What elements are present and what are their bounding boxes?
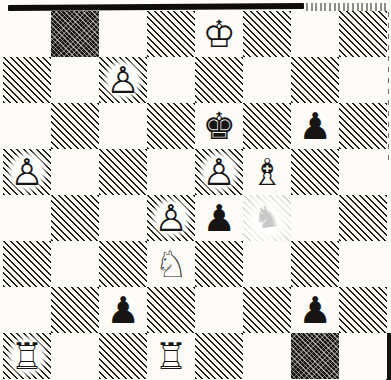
square-g7[interactable] [291,57,339,103]
square-f5[interactable]: ♗ [243,149,291,195]
square-g4[interactable] [291,195,339,241]
white-pawn[interactable]: ♙ [198,150,240,194]
white-pawn[interactable]: ♙ [102,58,144,102]
square-e7[interactable] [195,57,243,103]
square-h4[interactable] [339,195,387,241]
white-rook[interactable]: ♖ [6,334,48,378]
square-g8[interactable] [291,11,339,57]
scanned-chess-diagram: ♔♙♚♟♙♙♗♙♟♞♘♟♟♖♖ [0,0,391,380]
square-b3[interactable] [51,241,99,287]
square-f3[interactable] [243,241,291,287]
square-c6[interactable] [99,103,147,149]
white-pawn[interactable]: ♙ [150,196,192,240]
square-d2[interactable] [147,287,195,333]
square-c8[interactable] [99,11,147,57]
black-pawn[interactable]: ♟ [298,108,331,145]
square-b6[interactable] [51,103,99,149]
square-h8[interactable] [339,11,387,57]
square-f1[interactable] [243,333,291,379]
smudged-piece-sketch: ♞ [252,201,282,234]
square-d7[interactable] [147,57,195,103]
square-e8[interactable]: ♔ [195,11,243,57]
square-h1[interactable] [339,333,387,379]
square-f4[interactable]: ♞ [243,195,291,241]
square-b4[interactable] [51,195,99,241]
square-a1[interactable]: ♖ [3,333,51,379]
square-d4[interactable]: ♙ [147,195,195,241]
square-a8[interactable] [3,11,51,57]
square-a7[interactable] [3,57,51,103]
square-c3[interactable] [99,241,147,287]
square-d8[interactable] [147,11,195,57]
square-e3[interactable] [195,241,243,287]
scan-artifact-right-line [388,12,390,162]
square-h5[interactable] [339,149,387,195]
square-e1[interactable] [195,333,243,379]
square-a6[interactable] [3,103,51,149]
square-c7[interactable]: ♙ [99,57,147,103]
square-c2[interactable]: ♟ [99,287,147,333]
square-d6[interactable] [147,103,195,149]
square-c4[interactable] [99,195,147,241]
white-king[interactable]: ♔ [202,16,235,53]
square-g1[interactable] [291,333,339,379]
white-pawn[interactable]: ♙ [6,150,48,194]
black-pawn[interactable]: ♟ [106,292,139,329]
square-c5[interactable] [99,149,147,195]
chess-board: ♔♙♚♟♙♙♗♙♟♞♘♟♟♖♖ [3,11,387,379]
black-pawn[interactable]: ♟ [202,200,235,237]
square-a2[interactable] [3,287,51,333]
square-d3[interactable]: ♘ [147,241,195,287]
square-d1[interactable]: ♖ [147,333,195,379]
square-f7[interactable] [243,57,291,103]
square-e5[interactable]: ♙ [195,149,243,195]
square-f2[interactable] [243,287,291,333]
scan-artifact-top-line [8,3,304,11]
square-b2[interactable] [51,287,99,333]
white-rook[interactable]: ♖ [154,338,187,375]
square-b8[interactable] [51,11,99,57]
square-f8[interactable] [243,11,291,57]
square-h6[interactable] [339,103,387,149]
black-king[interactable]: ♚ [202,108,235,145]
square-d5[interactable] [147,149,195,195]
square-h7[interactable] [339,57,387,103]
square-f6[interactable] [243,103,291,149]
square-a5[interactable]: ♙ [3,149,51,195]
square-h2[interactable] [339,287,387,333]
square-a3[interactable] [3,241,51,287]
square-c1[interactable] [99,333,147,379]
white-bishop[interactable]: ♗ [250,154,283,191]
square-g6[interactable]: ♟ [291,103,339,149]
square-e6[interactable]: ♚ [195,103,243,149]
square-e2[interactable] [195,287,243,333]
square-b1[interactable] [51,333,99,379]
square-b5[interactable] [51,149,99,195]
black-pawn[interactable]: ♟ [298,292,331,329]
white-knight[interactable]: ♘ [154,246,187,283]
square-b7[interactable] [51,57,99,103]
square-e4[interactable]: ♟ [195,195,243,241]
square-g5[interactable] [291,149,339,195]
square-g2[interactable]: ♟ [291,287,339,333]
square-a4[interactable] [3,195,51,241]
square-g3[interactable] [291,241,339,287]
square-h3[interactable] [339,241,387,287]
